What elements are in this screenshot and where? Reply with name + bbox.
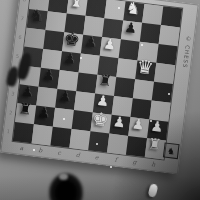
square-c1 bbox=[50, 127, 71, 148]
brand-text: © CHESS bbox=[182, 35, 192, 69]
piece-white-bishop-c8: ♝ bbox=[69, 0, 85, 10]
square-a6 bbox=[24, 28, 45, 49]
square-g7 bbox=[140, 23, 161, 44]
dust-speck bbox=[168, 93, 170, 95]
piece-black-rook-a2: ♜ bbox=[18, 101, 33, 118]
square-h6 bbox=[156, 44, 177, 65]
square-d2 bbox=[72, 110, 93, 131]
file-label-h: h bbox=[143, 159, 163, 171]
square-b4: ♟ bbox=[39, 68, 60, 89]
piece-black-pawn-c3: ♟ bbox=[58, 88, 72, 103]
knight-crest-icon: ♞ bbox=[167, 145, 176, 156]
square-c3: ♟ bbox=[55, 89, 76, 110]
square-g8 bbox=[142, 4, 163, 25]
piece-white-pawn-e3: ♟ bbox=[96, 92, 110, 107]
brand-name: CHESS bbox=[182, 45, 191, 69]
dust-speck bbox=[150, 120, 152, 122]
square-f2: ♟ bbox=[109, 115, 130, 136]
piece-white-king-e2: ♚ bbox=[91, 109, 109, 129]
square-g4 bbox=[133, 79, 154, 100]
piece-white-pawn-g2: ♟ bbox=[131, 116, 145, 131]
piece-white-pawn-e6: ♟ bbox=[103, 36, 117, 51]
piece-black-pawn-f7: ♟ bbox=[124, 19, 138, 34]
square-d1 bbox=[69, 129, 90, 150]
square-e2: ♚ bbox=[90, 112, 111, 133]
foreground-blur-highlight bbox=[59, 173, 68, 180]
dust-speck bbox=[33, 149, 35, 151]
dust-speck bbox=[63, 118, 65, 120]
square-b1 bbox=[32, 124, 53, 145]
file-label-a: a bbox=[11, 143, 31, 155]
file-label-g: g bbox=[124, 157, 144, 169]
square-b6 bbox=[43, 30, 64, 51]
square-a2: ♜ bbox=[15, 103, 36, 124]
file-label-d: d bbox=[68, 150, 88, 162]
piece-black-pawn-b4: ♟ bbox=[42, 67, 56, 82]
chess-board: ♝♞♞♟♚♟♟♟♛♟♜♟♟♟♜♟♚♟♟♟♜ abcdefgh 87654321 … bbox=[0, 0, 199, 174]
dust-speck bbox=[141, 44, 143, 46]
piece-white-queen-g5: ♛ bbox=[136, 57, 155, 78]
square-a7: ♞ bbox=[27, 9, 48, 30]
piece-black-rook-e4: ♜ bbox=[98, 73, 113, 90]
square-g1 bbox=[126, 136, 147, 157]
file-label-f: f bbox=[106, 154, 126, 166]
dust-speck bbox=[118, 7, 120, 9]
dust-speck bbox=[80, 57, 82, 59]
square-f5 bbox=[116, 58, 137, 79]
square-d3 bbox=[74, 91, 95, 112]
square-g2: ♟ bbox=[128, 117, 149, 138]
square-a1 bbox=[13, 122, 34, 143]
file-label-e: e bbox=[87, 152, 107, 164]
piece-black-knight-a7: ♞ bbox=[29, 7, 45, 25]
board-grid: ♝♞♞♟♚♟♟♟♛♟♜♟♟♟♜♟♚♟♟♟♜ bbox=[13, 0, 182, 159]
piece-white-knight-f8: ♞ bbox=[125, 0, 141, 17]
file-label-c: c bbox=[49, 148, 69, 160]
square-d5 bbox=[79, 54, 100, 75]
square-g5: ♛ bbox=[135, 60, 156, 81]
square-h7 bbox=[159, 25, 180, 46]
file-label-b: b bbox=[30, 145, 50, 157]
square-f6 bbox=[119, 39, 140, 60]
dust-speck bbox=[110, 166, 112, 168]
square-e8 bbox=[104, 0, 125, 20]
photo-container: ♝♞♞♟♚♟♟♟♛♟♜♟♟♟♜♟♚♟♟♟♜ abcdefgh 87654321 … bbox=[0, 0, 200, 200]
square-f4 bbox=[114, 77, 135, 98]
square-f1 bbox=[107, 134, 128, 155]
square-b2: ♟ bbox=[34, 105, 55, 126]
square-c5: ♟ bbox=[60, 51, 81, 72]
square-h8 bbox=[161, 6, 182, 27]
knight-crest-emblem: ♞ bbox=[163, 142, 180, 159]
square-h5 bbox=[154, 63, 175, 84]
dust-speck bbox=[96, 143, 98, 145]
piece-white-rook-h1: ♜ bbox=[147, 136, 162, 153]
piece-black-pawn-b2: ♟ bbox=[37, 104, 51, 119]
square-b7 bbox=[46, 11, 67, 32]
fallen-piece bbox=[148, 183, 159, 198]
copyright-mark: © bbox=[185, 35, 192, 43]
square-e1 bbox=[88, 131, 109, 152]
piece-white-pawn-h2: ♟ bbox=[150, 118, 164, 133]
piece-black-pawn-a3: ♟ bbox=[20, 83, 34, 98]
piece-black-king-c6: ♚ bbox=[63, 29, 81, 49]
square-h4 bbox=[152, 82, 173, 103]
square-d6: ♟ bbox=[81, 35, 102, 56]
square-d4 bbox=[76, 72, 97, 93]
piece-white-pawn-f2: ♟ bbox=[112, 114, 126, 129]
square-f7: ♟ bbox=[121, 20, 142, 41]
piece-black-pawn-c5: ♟ bbox=[63, 50, 77, 65]
piece-black-pawn-d6: ♟ bbox=[84, 33, 98, 48]
square-e6: ♟ bbox=[100, 37, 121, 58]
